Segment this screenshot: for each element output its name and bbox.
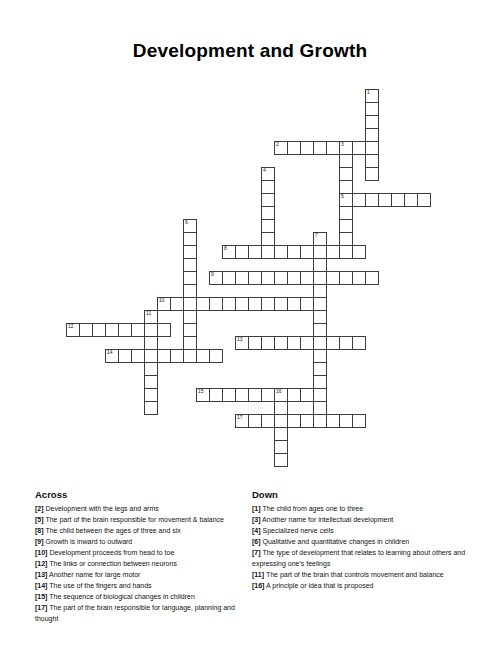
clue-item: [14] The use of the fingers and hands — [35, 580, 249, 591]
grid-cell[interactable] — [313, 141, 327, 155]
clue-item-number: [2] — [35, 505, 44, 512]
grid-cell[interactable]: 2 — [274, 141, 288, 155]
grid-cell[interactable]: 10 — [157, 297, 171, 311]
clue-item-number: [12] — [35, 560, 47, 567]
clue-item: [1] The child from ages one to three — [252, 503, 466, 514]
clue-item-number: [11] — [252, 571, 264, 578]
grid-cell[interactable] — [417, 193, 431, 207]
grid-cell[interactable]: 12 — [66, 323, 80, 337]
across-header: Across — [35, 489, 249, 501]
grid-cell[interactable]: 17 — [235, 414, 249, 428]
down-clues-section: Down [1] The child from ages one to thre… — [252, 489, 466, 591]
grid-cell[interactable] — [261, 414, 275, 428]
grid-cell[interactable] — [339, 232, 353, 246]
grid-cell[interactable] — [339, 167, 353, 181]
grid-cell[interactable]: 3 — [339, 141, 353, 155]
grid-cell[interactable] — [339, 271, 353, 285]
clue-number: 15 — [198, 389, 204, 394]
grid-cell[interactable] — [287, 271, 301, 285]
grid-cell[interactable] — [209, 297, 223, 311]
clue-item: [5] The part of the brain responsible fo… — [35, 514, 249, 525]
grid-cell[interactable] — [274, 440, 288, 454]
clue-item: [10] Development proceeds from head to t… — [35, 547, 249, 558]
grid-cell[interactable] — [261, 180, 275, 194]
grid-cell[interactable] — [365, 193, 379, 207]
grid-cell[interactable]: 16 — [274, 388, 288, 402]
grid-cell[interactable]: 14 — [105, 349, 119, 363]
grid-cell[interactable] — [183, 297, 197, 311]
clue-number: 11 — [146, 311, 151, 316]
grid-cell[interactable] — [339, 206, 353, 220]
grid-cell[interactable] — [248, 388, 262, 402]
grid-cell[interactable] — [196, 297, 210, 311]
clue-item: [4] Specialized nerve cells — [252, 525, 466, 536]
clue-item-number: [15] — [35, 593, 47, 600]
grid-cell[interactable] — [313, 375, 327, 389]
grid-cell[interactable] — [339, 245, 353, 259]
grid-cell[interactable] — [300, 414, 314, 428]
grid-cell[interactable] — [261, 232, 275, 246]
grid-cell[interactable] — [157, 349, 171, 363]
clue-number: 13 — [237, 337, 243, 342]
grid-cell[interactable] — [79, 323, 93, 337]
grid-cell[interactable] — [365, 141, 379, 155]
clue-item-number: [13] — [35, 571, 47, 578]
clue-item: [16] A principle or idea that is propose… — [252, 580, 466, 591]
grid-cell[interactable] — [326, 336, 340, 350]
grid-cell[interactable] — [326, 414, 340, 428]
grid-cell[interactable] — [274, 453, 288, 467]
grid-cell[interactable] — [274, 414, 288, 428]
grid-cell[interactable] — [274, 271, 288, 285]
grid-cell[interactable] — [313, 401, 327, 415]
clue-item: [7] The type of development that relates… — [252, 547, 466, 569]
clue-item-number: [3] — [252, 516, 261, 523]
clue-number: 17 — [237, 415, 243, 420]
clue-item-number: [5] — [35, 516, 44, 523]
clue-item: [9] Growth is inward to outward — [35, 536, 249, 547]
clue-number: 1 — [367, 90, 370, 95]
grid-cell[interactable] — [183, 245, 197, 259]
grid-cell[interactable] — [248, 245, 262, 259]
grid-cell[interactable] — [118, 323, 132, 337]
grid-cell[interactable]: 5 — [339, 193, 353, 207]
grid-cell[interactable] — [365, 128, 379, 142]
grid-cell[interactable] — [144, 362, 158, 376]
clue-item-number: [8] — [35, 527, 44, 534]
grid-cell[interactable] — [300, 336, 314, 350]
grid-cell[interactable] — [235, 297, 249, 311]
grid-cell[interactable] — [300, 271, 314, 285]
grid-cell[interactable]: 4 — [261, 167, 275, 181]
grid-cell[interactable] — [274, 336, 288, 350]
grid-cell[interactable] — [287, 414, 301, 428]
grid-cell[interactable] — [183, 284, 197, 298]
grid-cell[interactable] — [248, 414, 262, 428]
grid-cell[interactable] — [183, 349, 197, 363]
grid-cell[interactable] — [391, 193, 405, 207]
clue-item: [2] Development with the legs and arms — [35, 503, 249, 514]
grid-cell[interactable] — [352, 336, 366, 350]
grid-cell[interactable] — [365, 271, 379, 285]
grid-cell[interactable] — [157, 323, 171, 337]
grid-cell[interactable] — [235, 388, 249, 402]
crossword-page: Development and Growth 12345678910111213… — [0, 0, 500, 647]
grid-cell[interactable] — [287, 141, 301, 155]
grid-cell[interactable] — [352, 271, 366, 285]
clue-item-number: [14] — [35, 582, 47, 589]
clue-number: 14 — [107, 350, 113, 355]
grid-cell[interactable] — [287, 388, 301, 402]
grid-cell[interactable] — [248, 336, 262, 350]
grid-cell[interactable] — [144, 375, 158, 389]
clue-item-number: [6] — [252, 538, 261, 545]
grid-cell[interactable] — [339, 414, 353, 428]
grid-cell[interactable] — [235, 271, 249, 285]
grid-cell[interactable] — [235, 245, 249, 259]
grid-cell[interactable]: 7 — [313, 232, 327, 246]
grid-cell[interactable] — [313, 271, 327, 285]
grid-cell[interactable] — [404, 193, 418, 207]
grid-cell[interactable] — [300, 297, 314, 311]
down-header: Down — [252, 489, 466, 501]
clue-number: 2 — [276, 142, 279, 147]
grid-cell[interactable] — [365, 115, 379, 129]
grid-cell[interactable] — [313, 258, 327, 272]
grid-cell[interactable] — [209, 388, 223, 402]
grid-cell[interactable] — [183, 258, 197, 272]
grid-cell[interactable] — [144, 349, 158, 363]
grid-cell[interactable] — [92, 323, 106, 337]
grid-cell[interactable] — [261, 297, 275, 311]
grid-cell[interactable] — [300, 245, 314, 259]
grid-cell[interactable] — [261, 388, 275, 402]
clue-item: [3] Another name for intellectual develo… — [252, 514, 466, 525]
clue-number: 6 — [185, 220, 188, 225]
grid-cell[interactable]: 9 — [209, 271, 223, 285]
clue-item: [6] Qualitative and quantitative changes… — [252, 536, 466, 547]
grid-cell[interactable] — [248, 271, 262, 285]
clue-number: 5 — [341, 194, 344, 199]
grid-cell[interactable] — [339, 154, 353, 168]
grid-cell[interactable] — [326, 141, 340, 155]
grid-cell[interactable] — [326, 271, 340, 285]
grid-cell[interactable] — [287, 336, 301, 350]
grid-cell[interactable] — [222, 297, 236, 311]
grid-cell[interactable] — [131, 349, 145, 363]
grid-cell[interactable] — [313, 362, 327, 376]
grid-cell[interactable] — [105, 323, 119, 337]
clue-item-number: [9] — [35, 538, 44, 545]
clue-number: 12 — [68, 324, 74, 329]
grid-cell[interactable] — [365, 167, 379, 181]
clue-item-number: [17] — [35, 604, 47, 611]
grid-cell[interactable] — [365, 102, 379, 116]
clue-number: 3 — [341, 142, 344, 147]
grid-cell[interactable] — [261, 219, 275, 233]
clue-number: 10 — [159, 298, 165, 303]
grid-cell[interactable] — [248, 297, 262, 311]
grid-cell[interactable] — [313, 336, 327, 350]
grid-cell[interactable] — [274, 245, 288, 259]
grid-cell[interactable] — [313, 388, 327, 402]
grid-cell[interactable] — [287, 297, 301, 311]
grid-cell[interactable]: 6 — [183, 219, 197, 233]
grid-cell[interactable] — [261, 336, 275, 350]
grid-cell[interactable] — [313, 284, 327, 298]
grid-cell[interactable]: 1 — [365, 89, 379, 103]
grid-cell[interactable] — [183, 271, 197, 285]
grid-cell[interactable] — [378, 193, 392, 207]
grid-cell[interactable] — [326, 245, 340, 259]
clue-item-number: [16] — [252, 582, 264, 589]
grid-cell[interactable] — [313, 310, 327, 324]
clue-item-number: [7] — [252, 549, 261, 556]
grid-cell[interactable] — [339, 336, 353, 350]
grid-cell[interactable] — [183, 336, 197, 350]
clue-item-number: [4] — [252, 527, 261, 534]
grid-cell[interactable] — [261, 245, 275, 259]
grid-cell[interactable] — [170, 297, 184, 311]
grid-cell[interactable]: 11 — [144, 310, 158, 324]
clue-item: [12] The links or connection between neu… — [35, 558, 249, 569]
grid-cell[interactable] — [144, 401, 158, 415]
clue-number: 7 — [315, 233, 318, 238]
clue-number: 9 — [211, 272, 214, 277]
grid-cell[interactable] — [183, 323, 197, 337]
grid-cell[interactable] — [339, 219, 353, 233]
clue-number: 8 — [224, 246, 227, 251]
grid-cell[interactable] — [300, 388, 314, 402]
clue-item-number: [1] — [252, 505, 261, 512]
grid-cell[interactable] — [313, 297, 327, 311]
clue-item: [17] The part of the brain responsible f… — [35, 602, 249, 624]
grid-cell[interactable] — [261, 206, 275, 220]
grid-cell[interactable]: 15 — [196, 388, 210, 402]
grid-cell[interactable] — [118, 349, 132, 363]
grid-cell[interactable] — [222, 388, 236, 402]
clue-item: [11] The part of the brain that controls… — [252, 569, 466, 580]
grid-cell[interactable] — [313, 349, 327, 363]
grid-cell[interactable] — [196, 349, 210, 363]
grid-cell[interactable]: 13 — [235, 336, 249, 350]
grid-cell[interactable] — [352, 141, 366, 155]
clue-item: [8] The child between the ages of three … — [35, 525, 249, 536]
grid-cell[interactable] — [222, 271, 236, 285]
grid-cell[interactable] — [209, 349, 223, 363]
grid-cell[interactable] — [352, 414, 366, 428]
grid-cell[interactable] — [313, 414, 327, 428]
clue-number: 4 — [263, 168, 266, 173]
clue-item: [15] The sequence of biological changes … — [35, 591, 249, 602]
grid-cell[interactable] — [144, 336, 158, 350]
grid-cell[interactable] — [183, 232, 197, 246]
grid-cell[interactable] — [339, 180, 353, 194]
clue-item-number: [10] — [35, 549, 47, 556]
grid-cell[interactable] — [274, 427, 288, 441]
grid-cell[interactable] — [170, 349, 184, 363]
page-title: Development and Growth — [0, 40, 500, 62]
grid-cell[interactable] — [313, 323, 327, 337]
grid-cell[interactable] — [352, 245, 366, 259]
grid-cell[interactable] — [313, 245, 327, 259]
grid-cell[interactable] — [274, 297, 288, 311]
grid-cell[interactable] — [131, 323, 145, 337]
grid-cell[interactable] — [352, 193, 366, 207]
grid-cell[interactable] — [287, 245, 301, 259]
grid-cell[interactable]: 8 — [222, 245, 236, 259]
grid-cell[interactable] — [144, 323, 158, 337]
grid-cell[interactable] — [261, 271, 275, 285]
clue-item: [13] Another name for large motor — [35, 569, 249, 580]
grid-cell[interactable] — [261, 193, 275, 207]
clue-number: 16 — [276, 389, 282, 394]
grid-cell[interactable] — [300, 141, 314, 155]
grid-cell[interactable] — [144, 388, 158, 402]
across-clues-section: Across [2] Development with the legs and… — [35, 489, 249, 624]
grid-cell[interactable] — [274, 401, 288, 415]
grid-cell[interactable] — [183, 310, 197, 324]
grid-cell[interactable] — [365, 154, 379, 168]
